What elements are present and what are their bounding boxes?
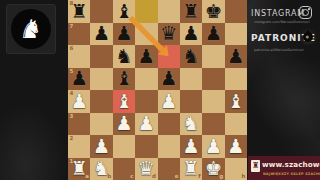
square-c2[interactable]: [113, 135, 135, 158]
white-pawn-h2: ♟: [227, 137, 244, 157]
square-f1[interactable]: f♜: [180, 158, 202, 181]
instagram-icon: [299, 6, 312, 19]
white-pawn-b2: ♟: [93, 137, 110, 157]
patronite-label: PATRONITE: [251, 33, 298, 43]
square-b7[interactable]: ♟: [90, 23, 112, 46]
rank-label-2: 2: [70, 136, 74, 142]
shop-url: www.szachowo.pl: [262, 160, 320, 169]
square-c1[interactable]: c: [113, 158, 135, 181]
knight-logo-badge: ♞: [11, 9, 51, 49]
file-label-g: g: [219, 174, 223, 180]
square-a3[interactable]: 3: [68, 113, 90, 136]
white-pawn-e4: ♟: [160, 92, 177, 112]
black-king-g8: ♚: [205, 2, 222, 22]
black-bishop-c8: ♝: [115, 2, 132, 22]
file-label-e: e: [175, 174, 179, 180]
file-label-h: h: [242, 174, 246, 180]
square-d8[interactable]: [135, 0, 157, 23]
square-b6[interactable]: [90, 45, 112, 68]
file-label-c: c: [130, 174, 133, 180]
shop-crest-icon: ♜: [251, 160, 260, 172]
square-d1[interactable]: d♛: [135, 158, 157, 181]
black-pawn-g7: ♟: [205, 24, 222, 44]
square-b8[interactable]: [90, 0, 112, 23]
square-c6[interactable]: ♞: [113, 45, 135, 68]
white-pawn-f2: ♟: [182, 137, 199, 157]
square-g8[interactable]: ♚: [202, 0, 224, 23]
square-d2[interactable]: [135, 135, 157, 158]
black-pawn-d6: ♟: [138, 47, 155, 67]
knight-icon: ♞: [19, 16, 42, 42]
black-pawn-c7: ♟: [115, 24, 132, 44]
square-b3[interactable]: [90, 113, 112, 136]
rank-label-6: 6: [70, 46, 74, 52]
square-a6[interactable]: 6: [68, 45, 90, 68]
black-pawn-h6: ♟: [227, 47, 244, 67]
rank-label-1: 1: [70, 159, 74, 165]
instagram-label: INSTAGRAM: [251, 9, 296, 18]
square-g1[interactable]: g♚: [202, 158, 224, 181]
square-b2[interactable]: ♟: [90, 135, 112, 158]
black-bishop-c5: ♝: [115, 69, 132, 89]
square-c4[interactable]: ♝: [113, 90, 135, 113]
shop-banner: ♜ www.szachowo.pl NAJWIĘKSZY SKLEP SZACH…: [248, 156, 320, 180]
patronite-drop-hole: [306, 35, 310, 39]
black-pawn-e5: ♟: [160, 69, 177, 89]
square-f5[interactable]: [180, 68, 202, 91]
square-a7[interactable]: 7: [68, 23, 90, 46]
rank-label-4: 4: [70, 91, 74, 97]
rank-label-5: 5: [70, 69, 74, 75]
square-g6[interactable]: [202, 45, 224, 68]
instagram-flash-dot: [308, 8, 310, 10]
square-a2[interactable]: 2: [68, 135, 90, 158]
square-e7[interactable]: ♛: [158, 23, 180, 46]
square-e4[interactable]: ♟: [158, 90, 180, 113]
black-knight-c6: ♞: [115, 47, 132, 67]
square-c8[interactable]: ♝: [113, 0, 135, 23]
square-d3[interactable]: ♟: [135, 113, 157, 136]
square-h2[interactable]: ♟: [225, 135, 247, 158]
square-e8[interactable]: [158, 0, 180, 23]
channel-logo-tile: ♞: [6, 4, 56, 54]
black-queen-e7: ♛: [160, 24, 177, 44]
patronite-handle: patronite.pl/MariuszDominiori: [254, 48, 304, 52]
rank-label-8: 8: [70, 1, 74, 7]
square-h5[interactable]: [225, 68, 247, 91]
rank-label-7: 7: [70, 24, 74, 30]
square-c5[interactable]: ♝: [113, 68, 135, 91]
white-knight-f3: ♞: [182, 114, 199, 134]
file-label-a: a: [85, 174, 89, 180]
square-e3[interactable]: [158, 113, 180, 136]
square-e2[interactable]: [158, 135, 180, 158]
instagram-lens: [302, 9, 309, 16]
chess-board: 8♜♝♜♚7♟♟♛♟♟6♞♟♞♟5♟♝♟4♟♝♟♝3♟♟♞2♟♟♟♟1a♜b♞c…: [68, 0, 247, 180]
black-knight-f6: ♞: [182, 47, 199, 67]
white-bishop-c4: ♝: [115, 92, 132, 112]
square-b5[interactable]: [90, 68, 112, 91]
square-f4[interactable]: [180, 90, 202, 113]
square-a5[interactable]: 5♟: [68, 68, 90, 91]
square-a1[interactable]: 1a♜: [68, 158, 90, 181]
square-b1[interactable]: b♞: [90, 158, 112, 181]
square-f6[interactable]: ♞: [180, 45, 202, 68]
instagram-handle: instagram.com/MariuszDominiori: [254, 20, 310, 24]
square-d4[interactable]: [135, 90, 157, 113]
white-pawn-d3: ♟: [138, 114, 155, 134]
white-pawn-c3: ♟: [115, 114, 132, 134]
square-g4[interactable]: [202, 90, 224, 113]
square-g7[interactable]: ♟: [202, 23, 224, 46]
file-label-d: d: [152, 174, 156, 180]
square-g2[interactable]: ♟: [202, 135, 224, 158]
square-g5[interactable]: [202, 68, 224, 91]
white-pawn-g2: ♟: [205, 137, 222, 157]
square-a8[interactable]: 8♜: [68, 0, 90, 23]
black-rook-f8: ♜: [182, 2, 199, 22]
file-label-b: b: [107, 174, 111, 180]
square-d7[interactable]: [135, 23, 157, 46]
white-rook-f1: ♜: [182, 159, 199, 179]
video-thumbnail: ♞ 8♜♝♜♚7♟♟♛♟♟6♞♟♞♟5♟♝♟4♟♝♟♝3♟♟♞2♟♟♟♟1a♜b…: [0, 0, 320, 180]
white-bishop-h4: ♝: [227, 92, 244, 112]
square-a4[interactable]: 4♟: [68, 90, 90, 113]
square-h6[interactable]: ♟: [225, 45, 247, 68]
file-label-f: f: [198, 174, 200, 180]
square-h8[interactable]: [225, 0, 247, 23]
shop-tagline: NAJWIĘKSZY SKLEP SZACHOWY W POLSCE: [263, 172, 320, 176]
square-h4[interactable]: ♝: [225, 90, 247, 113]
square-g3[interactable]: [202, 113, 224, 136]
square-f7[interactable]: ♟: [180, 23, 202, 46]
square-d6[interactable]: ♟: [135, 45, 157, 68]
square-f2[interactable]: ♟: [180, 135, 202, 158]
black-pawn-b7: ♟: [93, 24, 110, 44]
square-h3[interactable]: [225, 113, 247, 136]
square-d5[interactable]: [135, 68, 157, 91]
square-e1[interactable]: e: [158, 158, 180, 181]
square-f8[interactable]: ♜: [180, 0, 202, 23]
square-b4[interactable]: [90, 90, 112, 113]
square-f3[interactable]: ♞: [180, 113, 202, 136]
rank-label-3: 3: [70, 114, 74, 120]
square-e6[interactable]: [158, 45, 180, 68]
square-h7[interactable]: [225, 23, 247, 46]
square-c3[interactable]: ♟: [113, 113, 135, 136]
black-pawn-f7: ♟: [182, 24, 199, 44]
square-e5[interactable]: ♟: [158, 68, 180, 91]
square-c7[interactable]: ♟: [113, 23, 135, 46]
square-h1[interactable]: h: [225, 158, 247, 181]
